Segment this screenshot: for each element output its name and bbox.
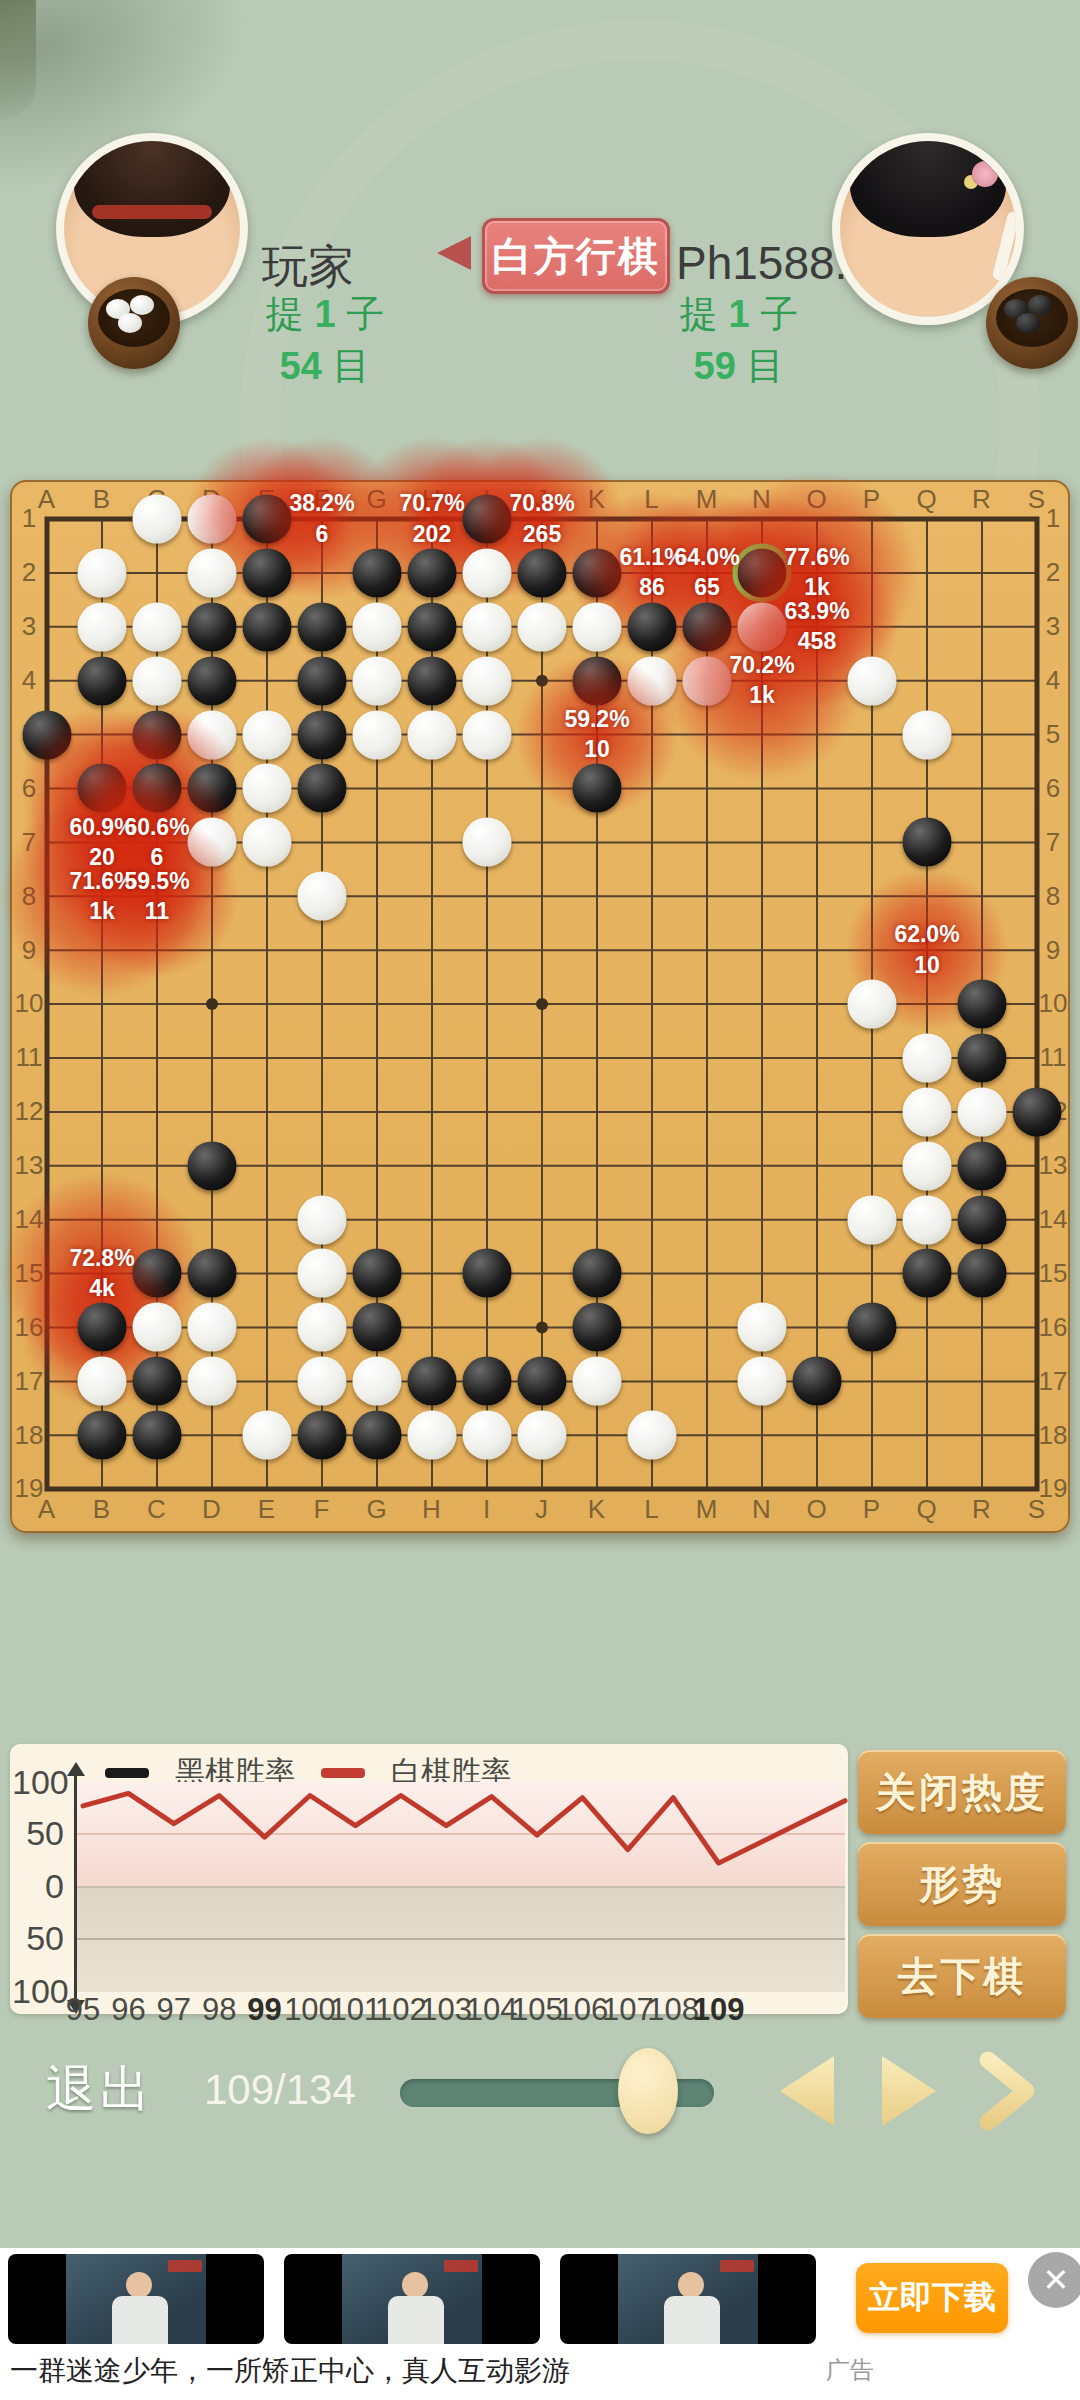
board-point-Q3[interactable]: [900, 600, 955, 654]
board-point-F13[interactable]: [295, 1139, 350, 1193]
board-point-F5[interactable]: [295, 708, 350, 762]
board-point-C8[interactable]: 59.5%11: [130, 869, 185, 923]
board-point-S11[interactable]: [1010, 1031, 1065, 1085]
board-point-I15[interactable]: [460, 1246, 515, 1300]
board-point-K3[interactable]: [570, 600, 625, 654]
board-point-R2[interactable]: [955, 546, 1010, 600]
board-point-H9[interactable]: [405, 923, 460, 977]
move-slider-thumb[interactable]: [618, 2048, 678, 2134]
board-point-A5[interactable]: [20, 708, 75, 762]
board-point-R17[interactable]: [955, 1354, 1010, 1408]
board-point-C9[interactable]: [130, 923, 185, 977]
board-point-D6[interactable]: [185, 761, 240, 815]
board-point-R4[interactable]: [955, 654, 1010, 708]
board-point-G4[interactable]: [350, 654, 405, 708]
go-play-button[interactable]: 去下棋: [858, 1934, 1066, 2018]
board-point-Q12[interactable]: [900, 1085, 955, 1139]
board-point-D11[interactable]: [185, 1031, 240, 1085]
board-point-I10[interactable]: [460, 977, 515, 1031]
board-point-P9[interactable]: [845, 923, 900, 977]
board-point-O6[interactable]: [790, 761, 845, 815]
board-point-P18[interactable]: [845, 1408, 900, 1462]
board-point-H17[interactable]: [405, 1354, 460, 1408]
board-point-I11[interactable]: [460, 1031, 515, 1085]
board-point-D14[interactable]: [185, 1193, 240, 1247]
board-point-E10[interactable]: [240, 977, 295, 1031]
board-point-O16[interactable]: [790, 1300, 845, 1354]
board-point-E17[interactable]: [240, 1354, 295, 1408]
board-point-F7[interactable]: [295, 815, 350, 869]
ad-close-button[interactable]: ✕: [1028, 2252, 1080, 2308]
board-point-E4[interactable]: [240, 654, 295, 708]
board-point-Q18[interactable]: [900, 1408, 955, 1462]
board-point-L6[interactable]: [625, 761, 680, 815]
board-point-C17[interactable]: [130, 1354, 185, 1408]
board-point-L8[interactable]: [625, 869, 680, 923]
board-point-I8[interactable]: [460, 869, 515, 923]
board-point-E18[interactable]: [240, 1408, 295, 1462]
board-point-R5[interactable]: [955, 708, 1010, 762]
board-point-S10[interactable]: [1010, 977, 1065, 1031]
board-point-R16[interactable]: [955, 1300, 1010, 1354]
board-point-S2[interactable]: [1010, 546, 1065, 600]
board-point-P4[interactable]: [845, 654, 900, 708]
board-point-O17[interactable]: [790, 1354, 845, 1408]
board-point-S14[interactable]: [1010, 1193, 1065, 1247]
board-point-D9[interactable]: [185, 923, 240, 977]
board-point-D1[interactable]: [185, 492, 240, 546]
board-point-N1[interactable]: [735, 492, 790, 546]
board-point-C10[interactable]: [130, 977, 185, 1031]
board-point-J3[interactable]: [515, 600, 570, 654]
board-point-E15[interactable]: [240, 1246, 295, 1300]
board-point-D17[interactable]: [185, 1354, 240, 1408]
board-point-H18[interactable]: [405, 1408, 460, 1462]
ad-video-thumbnail[interactable]: [284, 2254, 540, 2344]
board-point-Q8[interactable]: [900, 869, 955, 923]
board-point-A16[interactable]: [20, 1300, 75, 1354]
board-point-D4[interactable]: [185, 654, 240, 708]
board-point-H11[interactable]: [405, 1031, 460, 1085]
board-point-D7[interactable]: [185, 815, 240, 869]
board-point-J19[interactable]: [515, 1462, 570, 1516]
board-point-H19[interactable]: [405, 1462, 460, 1516]
board-point-I12[interactable]: [460, 1085, 515, 1139]
board-point-M15[interactable]: [680, 1246, 735, 1300]
board-point-H12[interactable]: [405, 1085, 460, 1139]
download-now-button[interactable]: 立即下载: [856, 2263, 1008, 2333]
board-point-H15[interactable]: [405, 1246, 460, 1300]
board-point-C15[interactable]: [130, 1246, 185, 1300]
board-point-E16[interactable]: [240, 1300, 295, 1354]
board-point-Q10[interactable]: [900, 977, 955, 1031]
board-point-O8[interactable]: [790, 869, 845, 923]
board-point-F15[interactable]: [295, 1246, 350, 1300]
board-point-A13[interactable]: [20, 1139, 75, 1193]
board-point-S17[interactable]: [1010, 1354, 1065, 1408]
board-point-F12[interactable]: [295, 1085, 350, 1139]
board-point-K11[interactable]: [570, 1031, 625, 1085]
board-point-N7[interactable]: [735, 815, 790, 869]
board-point-Q15[interactable]: [900, 1246, 955, 1300]
board-point-F2[interactable]: [295, 546, 350, 600]
board-point-N12[interactable]: [735, 1085, 790, 1139]
board-point-S7[interactable]: [1010, 815, 1065, 869]
board-point-L9[interactable]: [625, 923, 680, 977]
board-point-E14[interactable]: [240, 1193, 295, 1247]
board-point-F11[interactable]: [295, 1031, 350, 1085]
board-point-F6[interactable]: [295, 761, 350, 815]
board-point-J9[interactable]: [515, 923, 570, 977]
board-point-R7[interactable]: [955, 815, 1010, 869]
board-point-O9[interactable]: [790, 923, 845, 977]
board-point-D8[interactable]: [185, 869, 240, 923]
board-point-E6[interactable]: [240, 761, 295, 815]
board-point-L13[interactable]: [625, 1139, 680, 1193]
board-point-A11[interactable]: [20, 1031, 75, 1085]
board-point-H16[interactable]: [405, 1300, 460, 1354]
board-point-M18[interactable]: [680, 1408, 735, 1462]
board-point-G7[interactable]: [350, 815, 405, 869]
board-point-B17[interactable]: [75, 1354, 130, 1408]
board-point-B16[interactable]: [75, 1300, 130, 1354]
board-point-K8[interactable]: [570, 869, 625, 923]
board-point-H14[interactable]: [405, 1193, 460, 1247]
board-point-G17[interactable]: [350, 1354, 405, 1408]
board-point-B11[interactable]: [75, 1031, 130, 1085]
board-point-I16[interactable]: [460, 1300, 515, 1354]
board-point-G3[interactable]: [350, 600, 405, 654]
board-point-N14[interactable]: [735, 1193, 790, 1247]
board-point-F14[interactable]: [295, 1193, 350, 1247]
board-point-J7[interactable]: [515, 815, 570, 869]
board-point-R11[interactable]: [955, 1031, 1010, 1085]
board-point-H4[interactable]: [405, 654, 460, 708]
board-point-R10[interactable]: [955, 977, 1010, 1031]
board-point-K4[interactable]: [570, 654, 625, 708]
board-point-E13[interactable]: [240, 1139, 295, 1193]
board-point-N13[interactable]: [735, 1139, 790, 1193]
board-point-K12[interactable]: [570, 1085, 625, 1139]
board-point-R14[interactable]: [955, 1193, 1010, 1247]
board-point-N2[interactable]: [735, 546, 790, 600]
board-point-L10[interactable]: [625, 977, 680, 1031]
board-point-O5[interactable]: [790, 708, 845, 762]
board-point-S19[interactable]: [1010, 1462, 1065, 1516]
board-point-P10[interactable]: [845, 977, 900, 1031]
board-point-K6[interactable]: [570, 761, 625, 815]
board-point-B3[interactable]: [75, 600, 130, 654]
board-point-I19[interactable]: [460, 1462, 515, 1516]
board-point-D13[interactable]: [185, 1139, 240, 1193]
board-point-F17[interactable]: [295, 1354, 350, 1408]
board-point-M8[interactable]: [680, 869, 735, 923]
board-point-A12[interactable]: [20, 1085, 75, 1139]
board-point-K9[interactable]: [570, 923, 625, 977]
board-point-A3[interactable]: [20, 600, 75, 654]
board-point-A4[interactable]: [20, 654, 75, 708]
board-point-G8[interactable]: [350, 869, 405, 923]
board-point-P12[interactable]: [845, 1085, 900, 1139]
board-point-M10[interactable]: [680, 977, 735, 1031]
board-point-K14[interactable]: [570, 1193, 625, 1247]
board-point-L2[interactable]: 61.1%86: [625, 546, 680, 600]
board-point-S1[interactable]: [1010, 492, 1065, 546]
board-point-J14[interactable]: [515, 1193, 570, 1247]
board-point-I18[interactable]: [460, 1408, 515, 1462]
fast-forward-button[interactable]: [988, 2060, 1026, 2122]
board-point-K16[interactable]: [570, 1300, 625, 1354]
board-point-K15[interactable]: [570, 1246, 625, 1300]
board-point-G14[interactable]: [350, 1193, 405, 1247]
board-point-J12[interactable]: [515, 1085, 570, 1139]
board-point-G19[interactable]: [350, 1462, 405, 1516]
board-point-H8[interactable]: [405, 869, 460, 923]
board-point-E5[interactable]: [240, 708, 295, 762]
board-point-A14[interactable]: [20, 1193, 75, 1247]
board-point-F3[interactable]: [295, 600, 350, 654]
board-point-O4[interactable]: [790, 654, 845, 708]
board-point-D12[interactable]: [185, 1085, 240, 1139]
board-point-H1[interactable]: 70.7%202: [405, 492, 460, 546]
board-point-E11[interactable]: [240, 1031, 295, 1085]
board-point-Q7[interactable]: [900, 815, 955, 869]
board-point-E2[interactable]: [240, 546, 295, 600]
board-point-M9[interactable]: [680, 923, 735, 977]
board-point-J13[interactable]: [515, 1139, 570, 1193]
board-point-C7[interactable]: 60.6%6: [130, 815, 185, 869]
board-point-B19[interactable]: [75, 1462, 130, 1516]
board-point-C12[interactable]: [130, 1085, 185, 1139]
board-point-M6[interactable]: [680, 761, 735, 815]
board-point-O14[interactable]: [790, 1193, 845, 1247]
board-point-D15[interactable]: [185, 1246, 240, 1300]
board-point-A2[interactable]: [20, 546, 75, 600]
board-point-H5[interactable]: [405, 708, 460, 762]
board-point-H10[interactable]: [405, 977, 460, 1031]
board-point-I2[interactable]: [460, 546, 515, 600]
board-point-C4[interactable]: [130, 654, 185, 708]
board-point-L7[interactable]: [625, 815, 680, 869]
board-point-B13[interactable]: [75, 1139, 130, 1193]
board-point-R3[interactable]: [955, 600, 1010, 654]
board-point-I7[interactable]: [460, 815, 515, 869]
board-point-I1[interactable]: [460, 492, 515, 546]
board-point-D3[interactable]: [185, 600, 240, 654]
board-point-P16[interactable]: [845, 1300, 900, 1354]
board-point-B9[interactable]: [75, 923, 130, 977]
board-point-Q11[interactable]: [900, 1031, 955, 1085]
board-point-P8[interactable]: [845, 869, 900, 923]
board-point-B5[interactable]: [75, 708, 130, 762]
board-point-B18[interactable]: [75, 1408, 130, 1462]
board-point-R6[interactable]: [955, 761, 1010, 815]
board-point-B1[interactable]: [75, 492, 130, 546]
board-point-N4[interactable]: 70.2%1k: [735, 654, 790, 708]
board-point-G15[interactable]: [350, 1246, 405, 1300]
situation-button[interactable]: 形势: [858, 1842, 1066, 1926]
board-point-S12[interactable]: [1010, 1085, 1065, 1139]
board-point-S6[interactable]: [1010, 761, 1065, 815]
board-point-K1[interactable]: [570, 492, 625, 546]
board-point-N9[interactable]: [735, 923, 790, 977]
board-point-E7[interactable]: [240, 815, 295, 869]
board-point-J15[interactable]: [515, 1246, 570, 1300]
board-point-S5[interactable]: [1010, 708, 1065, 762]
board-point-K19[interactable]: [570, 1462, 625, 1516]
board-point-L19[interactable]: [625, 1462, 680, 1516]
board-point-B15[interactable]: 72.8%4k: [75, 1246, 130, 1300]
board-point-N8[interactable]: [735, 869, 790, 923]
board-point-I17[interactable]: [460, 1354, 515, 1408]
board-point-R18[interactable]: [955, 1408, 1010, 1462]
board-point-O2[interactable]: 77.6%1k: [790, 546, 845, 600]
board-point-B4[interactable]: [75, 654, 130, 708]
board-point-G13[interactable]: [350, 1139, 405, 1193]
board-point-D19[interactable]: [185, 1462, 240, 1516]
board-point-F10[interactable]: [295, 977, 350, 1031]
board-point-K2[interactable]: [570, 546, 625, 600]
board-point-Q19[interactable]: [900, 1462, 955, 1516]
board-point-A7[interactable]: [20, 815, 75, 869]
board-point-C19[interactable]: [130, 1462, 185, 1516]
board-point-M16[interactable]: [680, 1300, 735, 1354]
board-point-D2[interactable]: [185, 546, 240, 600]
board-point-J8[interactable]: [515, 869, 570, 923]
board-point-M17[interactable]: [680, 1354, 735, 1408]
board-point-S3[interactable]: [1010, 600, 1065, 654]
board-point-N17[interactable]: [735, 1354, 790, 1408]
board-point-P5[interactable]: [845, 708, 900, 762]
board-point-A15[interactable]: [20, 1246, 75, 1300]
board-point-Q13[interactable]: [900, 1139, 955, 1193]
board-point-J1[interactable]: 70.8%265: [515, 492, 570, 546]
board-point-A6[interactable]: [20, 761, 75, 815]
board-point-P19[interactable]: [845, 1462, 900, 1516]
board-point-M3[interactable]: [680, 600, 735, 654]
board-point-S8[interactable]: [1010, 869, 1065, 923]
board-point-N6[interactable]: [735, 761, 790, 815]
board-point-Q5[interactable]: [900, 708, 955, 762]
board-point-N19[interactable]: [735, 1462, 790, 1516]
board-point-G10[interactable]: [350, 977, 405, 1031]
board-point-Q4[interactable]: [900, 654, 955, 708]
board-point-R8[interactable]: [955, 869, 1010, 923]
board-point-F18[interactable]: [295, 1408, 350, 1462]
board-point-H3[interactable]: [405, 600, 460, 654]
board-point-Q9[interactable]: 62.0%10: [900, 923, 955, 977]
board-point-O1[interactable]: [790, 492, 845, 546]
board-point-L14[interactable]: [625, 1193, 680, 1247]
board-point-M19[interactable]: [680, 1462, 735, 1516]
board-point-M4[interactable]: [680, 654, 735, 708]
board-point-G18[interactable]: [350, 1408, 405, 1462]
board-point-C6[interactable]: [130, 761, 185, 815]
board-point-O19[interactable]: [790, 1462, 845, 1516]
board-point-B2[interactable]: [75, 546, 130, 600]
board-point-Q2[interactable]: [900, 546, 955, 600]
board-point-J10[interactable]: [515, 977, 570, 1031]
board-point-A8[interactable]: [20, 869, 75, 923]
board-point-S15[interactable]: [1010, 1246, 1065, 1300]
board-point-C3[interactable]: [130, 600, 185, 654]
board-point-N10[interactable]: [735, 977, 790, 1031]
board-point-J16[interactable]: [515, 1300, 570, 1354]
board-point-F4[interactable]: [295, 654, 350, 708]
board-point-E8[interactable]: [240, 869, 295, 923]
board-point-D10[interactable]: [185, 977, 240, 1031]
board-point-K18[interactable]: [570, 1408, 625, 1462]
board-point-H6[interactable]: [405, 761, 460, 815]
board-point-Q6[interactable]: [900, 761, 955, 815]
board-point-L11[interactable]: [625, 1031, 680, 1085]
board-point-C1[interactable]: [130, 492, 185, 546]
board-point-N15[interactable]: [735, 1246, 790, 1300]
board-point-I14[interactable]: [460, 1193, 515, 1247]
previous-move-button[interactable]: [780, 2056, 834, 2126]
board-point-F19[interactable]: [295, 1462, 350, 1516]
board-point-J4[interactable]: [515, 654, 570, 708]
board-point-L3[interactable]: [625, 600, 680, 654]
board-point-C5[interactable]: [130, 708, 185, 762]
board-point-Q17[interactable]: [900, 1354, 955, 1408]
board-point-N5[interactable]: [735, 708, 790, 762]
board-point-B7[interactable]: 60.9%20: [75, 815, 130, 869]
board-point-D16[interactable]: [185, 1300, 240, 1354]
board-point-R1[interactable]: [955, 492, 1010, 546]
next-move-button[interactable]: [882, 2056, 936, 2126]
board-point-F16[interactable]: [295, 1300, 350, 1354]
board-point-L15[interactable]: [625, 1246, 680, 1300]
board-point-R12[interactable]: [955, 1085, 1010, 1139]
ad-video-thumbnail[interactable]: [8, 2254, 264, 2344]
board-point-P1[interactable]: [845, 492, 900, 546]
board-point-C2[interactable]: [130, 546, 185, 600]
board-point-O10[interactable]: [790, 977, 845, 1031]
board-point-R9[interactable]: [955, 923, 1010, 977]
board-point-J2[interactable]: [515, 546, 570, 600]
board-point-B14[interactable]: [75, 1193, 130, 1247]
board-point-A18[interactable]: [20, 1408, 75, 1462]
board-point-F1[interactable]: 38.2%6: [295, 492, 350, 546]
board-point-F8[interactable]: [295, 869, 350, 923]
board-point-J11[interactable]: [515, 1031, 570, 1085]
board-point-L17[interactable]: [625, 1354, 680, 1408]
board-point-G1[interactable]: [350, 492, 405, 546]
board-point-N11[interactable]: [735, 1031, 790, 1085]
board-point-G6[interactable]: [350, 761, 405, 815]
board-point-Q16[interactable]: [900, 1300, 955, 1354]
board-point-M5[interactable]: [680, 708, 735, 762]
board-point-R19[interactable]: [955, 1462, 1010, 1516]
board-point-M14[interactable]: [680, 1193, 735, 1247]
board-point-P17[interactable]: [845, 1354, 900, 1408]
board-point-L12[interactable]: [625, 1085, 680, 1139]
board-point-E19[interactable]: [240, 1462, 295, 1516]
board-point-C18[interactable]: [130, 1408, 185, 1462]
close-heatmap-button[interactable]: 关闭热度: [858, 1750, 1066, 1834]
board-point-I6[interactable]: [460, 761, 515, 815]
board-point-N16[interactable]: [735, 1300, 790, 1354]
board-point-K7[interactable]: [570, 815, 625, 869]
board-point-O12[interactable]: [790, 1085, 845, 1139]
board-point-P14[interactable]: [845, 1193, 900, 1247]
board-point-M11[interactable]: [680, 1031, 735, 1085]
board-point-K5[interactable]: 59.2%10: [570, 708, 625, 762]
board-point-A1[interactable]: [20, 492, 75, 546]
board-point-S9[interactable]: [1010, 923, 1065, 977]
board-point-L18[interactable]: [625, 1408, 680, 1462]
